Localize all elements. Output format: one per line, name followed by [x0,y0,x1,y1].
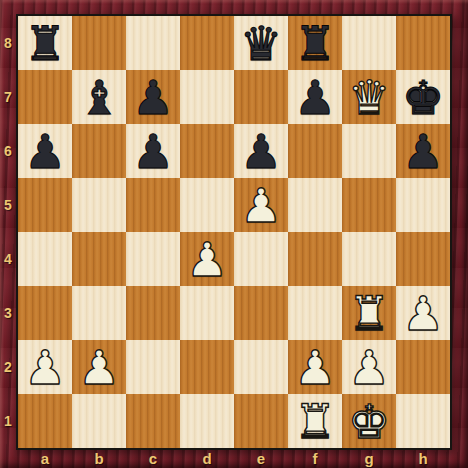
piece-white-rook-f1[interactable]: ♜ [288,394,342,448]
square-e5[interactable]: ♟ [234,178,288,232]
square-d5[interactable] [180,178,234,232]
square-a6[interactable]: ♟ [18,124,72,178]
file-label-c: c [126,449,180,468]
square-g1[interactable]: ♚ [342,394,396,448]
square-h5[interactable] [396,178,450,232]
rank-label-2: 2 [0,340,16,394]
square-a1[interactable] [18,394,72,448]
square-g7[interactable]: ♛ [342,70,396,124]
square-g6[interactable] [342,124,396,178]
piece-black-rook-a8[interactable]: ♜ [18,16,72,70]
piece-white-rook-g3[interactable]: ♜ [342,286,396,340]
piece-black-queen-e8[interactable]: ♛ [234,16,288,70]
square-c7[interactable]: ♟ [126,70,180,124]
square-g3[interactable]: ♜ [342,286,396,340]
square-c5[interactable] [126,178,180,232]
piece-white-pawn-e5[interactable]: ♟ [234,178,288,232]
piece-black-pawn-h6[interactable]: ♟ [396,124,450,178]
square-f8[interactable]: ♜ [288,16,342,70]
piece-black-king-h7[interactable]: ♚ [396,70,450,124]
rank-label-4: 4 [0,232,16,286]
file-label-h: h [396,449,450,468]
piece-black-bishop-b7[interactable]: ♝ [72,70,126,124]
piece-black-rook-f8[interactable]: ♜ [288,16,342,70]
square-a8[interactable]: ♜ [18,16,72,70]
square-d6[interactable] [180,124,234,178]
square-f5[interactable] [288,178,342,232]
file-label-d: d [180,449,234,468]
square-e6[interactable]: ♟ [234,124,288,178]
square-c3[interactable] [126,286,180,340]
square-d2[interactable] [180,340,234,394]
square-b3[interactable] [72,286,126,340]
square-f1[interactable]: ♜ [288,394,342,448]
square-f2[interactable]: ♟ [288,340,342,394]
square-g8[interactable] [342,16,396,70]
piece-white-pawn-h3[interactable]: ♟ [396,286,450,340]
square-e1[interactable] [234,394,288,448]
square-a4[interactable] [18,232,72,286]
square-c1[interactable] [126,394,180,448]
square-e2[interactable] [234,340,288,394]
square-a7[interactable] [18,70,72,124]
square-d4[interactable]: ♟ [180,232,234,286]
square-a3[interactable] [18,286,72,340]
board-frame: 87654321 ♜♛♜♝♟♟♛♚♟♟♟♟♟♟♜♟♟♟♟♟♜♚ abcdefgh [0,0,468,468]
file-label-f: f [288,449,342,468]
square-e3[interactable] [234,286,288,340]
square-h4[interactable] [396,232,450,286]
square-f7[interactable]: ♟ [288,70,342,124]
square-d1[interactable] [180,394,234,448]
square-h1[interactable] [396,394,450,448]
square-h6[interactable]: ♟ [396,124,450,178]
file-label-a: a [18,449,72,468]
piece-white-king-g1[interactable]: ♚ [342,394,396,448]
piece-white-pawn-a2[interactable]: ♟ [18,340,72,394]
piece-black-pawn-f7[interactable]: ♟ [288,70,342,124]
square-c4[interactable] [126,232,180,286]
chess-board: ♜♛♜♝♟♟♛♚♟♟♟♟♟♟♜♟♟♟♟♟♜♚ [16,14,452,450]
square-b2[interactable]: ♟ [72,340,126,394]
piece-white-pawn-b2[interactable]: ♟ [72,340,126,394]
square-e7[interactable] [234,70,288,124]
square-b5[interactable] [72,178,126,232]
square-b8[interactable] [72,16,126,70]
rank-label-8: 8 [0,16,16,70]
square-f3[interactable] [288,286,342,340]
piece-white-pawn-g2[interactable]: ♟ [342,340,396,394]
rank-label-7: 7 [0,70,16,124]
square-b6[interactable] [72,124,126,178]
square-d3[interactable] [180,286,234,340]
piece-black-pawn-c6[interactable]: ♟ [126,124,180,178]
square-d8[interactable] [180,16,234,70]
rank-label-3: 3 [0,286,16,340]
square-d7[interactable] [180,70,234,124]
piece-black-pawn-e6[interactable]: ♟ [234,124,288,178]
piece-white-pawn-d4[interactable]: ♟ [180,232,234,286]
square-f4[interactable] [288,232,342,286]
square-c2[interactable] [126,340,180,394]
rank-label-5: 5 [0,178,16,232]
square-a2[interactable]: ♟ [18,340,72,394]
piece-white-pawn-f2[interactable]: ♟ [288,340,342,394]
piece-black-pawn-a6[interactable]: ♟ [18,124,72,178]
square-b7[interactable]: ♝ [72,70,126,124]
square-g2[interactable]: ♟ [342,340,396,394]
square-h7[interactable]: ♚ [396,70,450,124]
square-f6[interactable] [288,124,342,178]
square-e8[interactable]: ♛ [234,16,288,70]
square-g5[interactable] [342,178,396,232]
square-b4[interactable] [72,232,126,286]
square-a5[interactable] [18,178,72,232]
rank-label-1: 1 [0,394,16,448]
piece-white-queen-g7[interactable]: ♛ [342,70,396,124]
square-h2[interactable] [396,340,450,394]
square-c8[interactable] [126,16,180,70]
square-e4[interactable] [234,232,288,286]
square-h8[interactable] [396,16,450,70]
file-label-e: e [234,449,288,468]
square-c6[interactable]: ♟ [126,124,180,178]
square-h3[interactable]: ♟ [396,286,450,340]
piece-black-pawn-c7[interactable]: ♟ [126,70,180,124]
rank-label-6: 6 [0,124,16,178]
square-g4[interactable] [342,232,396,286]
file-labels: abcdefgh [18,449,450,468]
rank-labels: 87654321 [0,16,16,448]
file-label-b: b [72,449,126,468]
file-label-g: g [342,449,396,468]
square-b1[interactable] [72,394,126,448]
